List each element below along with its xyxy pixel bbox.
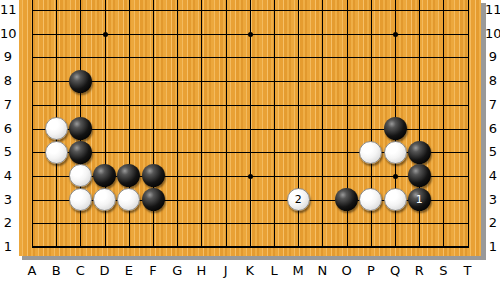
grid-line-col-G (177, 0, 178, 248)
row-label-left-9: 9 (0, 49, 16, 65)
row-label-right-3: 3 (485, 192, 500, 208)
row-label-right-4: 4 (485, 168, 500, 184)
white-stone-B5[interactable] (45, 141, 68, 164)
row-label-left-1: 1 (0, 239, 16, 255)
col-label-E: E (120, 263, 138, 279)
grid-line-row-1 (32, 246, 469, 248)
grid-line-col-K (250, 0, 251, 248)
white-stone-B6[interactable] (45, 117, 68, 140)
col-label-J: J (217, 263, 235, 279)
col-label-A: A (23, 263, 41, 279)
black-stone-C5[interactable] (69, 141, 92, 164)
row-label-left-7: 7 (0, 97, 16, 113)
col-label-M: M (289, 263, 307, 279)
row-label-left-3: 3 (0, 192, 16, 208)
black-stone-Q6[interactable] (384, 117, 407, 140)
grid-line-col-T (468, 0, 469, 248)
grid-line-row-2 (32, 223, 469, 224)
black-stone-R5[interactable] (408, 141, 431, 164)
row-label-right-11: 11 (485, 2, 500, 18)
col-label-S: S (434, 263, 452, 279)
grid-line-col-J (226, 0, 227, 248)
col-label-F: F (144, 263, 162, 279)
row-label-right-7: 7 (485, 97, 500, 113)
grid-line-col-L (274, 0, 275, 248)
grid-line-col-N (322, 0, 323, 248)
col-label-Q: Q (386, 263, 404, 279)
col-label-H: H (192, 263, 210, 279)
row-label-right-1: 1 (485, 239, 500, 255)
white-stone-P5[interactable] (359, 141, 382, 164)
black-stone-C6[interactable] (69, 117, 92, 140)
move-number-label: 2 (295, 194, 302, 205)
col-label-P: P (362, 263, 380, 279)
grid-line-col-A (32, 0, 33, 248)
row-label-left-6: 6 (0, 121, 16, 137)
row-label-left-2: 2 (0, 215, 16, 231)
grid-line-row-11 (32, 10, 469, 11)
col-label-G: G (168, 263, 186, 279)
white-stone-C3[interactable] (69, 188, 92, 211)
grid-line-row-7 (32, 105, 469, 106)
col-label-R: R (410, 263, 428, 279)
star-point-Q4 (393, 174, 398, 179)
col-label-B: B (47, 263, 65, 279)
star-point-Q10 (393, 32, 398, 37)
col-label-D: D (96, 263, 114, 279)
white-stone-Q3[interactable] (384, 188, 407, 211)
row-label-right-2: 2 (485, 215, 500, 231)
grid-line-col-H (201, 0, 202, 248)
row-label-left-10: 10 (0, 26, 16, 42)
col-label-N: N (313, 263, 331, 279)
col-label-O: O (338, 263, 356, 279)
row-label-left-8: 8 (0, 73, 16, 89)
row-label-left-5: 5 (0, 144, 16, 160)
row-label-left-11: 11 (0, 2, 16, 18)
star-point-D10 (103, 32, 108, 37)
white-stone-Q5[interactable] (384, 141, 407, 164)
row-label-right-8: 8 (485, 73, 500, 89)
col-label-T: T (459, 263, 477, 279)
black-stone-C8[interactable] (69, 70, 92, 93)
col-label-C: C (71, 263, 89, 279)
row-label-right-9: 9 (485, 49, 500, 65)
star-point-K4 (248, 174, 253, 179)
white-stone-M3[interactable]: 2 (287, 188, 310, 211)
black-stone-R3[interactable]: 1 (408, 188, 431, 211)
black-stone-R4[interactable] (408, 164, 431, 187)
grid-line-row-9 (32, 57, 469, 58)
row-label-right-6: 6 (485, 121, 500, 137)
star-point-K10 (248, 32, 253, 37)
row-label-right-5: 5 (485, 144, 500, 160)
row-label-right-10: 10 (485, 26, 500, 42)
grid-line-col-S (443, 0, 444, 248)
move-number-label: 1 (416, 194, 423, 205)
go-diagram: 12 11109876543211110987654321ABCDEFGHJKL… (0, 0, 500, 284)
board-shadow-bottom (22, 256, 486, 260)
black-stone-F4[interactable] (142, 164, 165, 187)
grid-line-row-8 (32, 81, 469, 82)
col-label-K: K (241, 263, 259, 279)
col-label-L: L (265, 263, 283, 279)
row-label-left-4: 4 (0, 168, 16, 184)
black-stone-F3[interactable] (142, 188, 165, 211)
